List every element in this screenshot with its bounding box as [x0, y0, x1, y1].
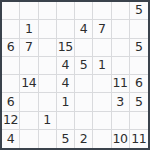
cell-r2c4[interactable]: [57, 20, 75, 38]
cell-r7c4[interactable]: [57, 112, 75, 130]
cell-r2c8[interactable]: [130, 20, 148, 38]
cell-r4c5-clue-5[interactable]: 5: [75, 57, 93, 75]
cell-r4c2[interactable]: [20, 57, 38, 75]
cell-r8c5-clue-2[interactable]: 2: [75, 130, 93, 148]
cell-r2c2-clue-1[interactable]: 1: [20, 20, 38, 38]
cell-r2c6-clue-7[interactable]: 7: [93, 20, 111, 38]
cell-r8c3[interactable]: [39, 130, 57, 148]
cell-r3c5[interactable]: [75, 39, 93, 57]
cell-r4c1[interactable]: [2, 57, 20, 75]
cell-r6c8-clue-5[interactable]: 5: [130, 93, 148, 111]
cell-r3c3[interactable]: [39, 39, 57, 57]
cell-r1c4[interactable]: [57, 2, 75, 20]
cell-r1c2[interactable]: [20, 2, 38, 20]
cell-r8c4-clue-5[interactable]: 5: [57, 130, 75, 148]
cell-r3c2-clue-7[interactable]: 7: [20, 39, 38, 57]
cell-r3c7[interactable]: [112, 39, 130, 57]
cell-r5c4-clue-4[interactable]: 4: [57, 75, 75, 93]
cell-r4c8[interactable]: [130, 57, 148, 75]
cell-r3c4-clue-15[interactable]: 15: [57, 39, 75, 57]
cell-r5c7-clue-11[interactable]: 11: [112, 75, 130, 93]
cell-r6c6[interactable]: [93, 93, 111, 111]
cell-r6c7-clue-3[interactable]: 3: [112, 93, 130, 111]
cell-r8c6[interactable]: [93, 130, 111, 148]
cell-r7c2[interactable]: [20, 112, 38, 130]
cell-r3c8-clue-5[interactable]: 5: [130, 39, 148, 57]
cell-r8c7-clue-10[interactable]: 10: [112, 130, 130, 148]
cell-r7c3-clue-1[interactable]: 1: [39, 112, 57, 130]
cell-r6c1-clue-6[interactable]: 6: [2, 93, 20, 111]
cell-r7c6[interactable]: [93, 112, 111, 130]
cell-r2c1[interactable]: [2, 20, 20, 38]
cell-r4c4-clue-4[interactable]: 4: [57, 57, 75, 75]
cell-r2c7[interactable]: [112, 20, 130, 38]
fillomino-board: 51476715545114411661351214521011: [0, 0, 150, 150]
cell-r5c3[interactable]: [39, 75, 57, 93]
cell-r2c5-clue-4[interactable]: 4: [75, 20, 93, 38]
cell-r8c8-clue-11[interactable]: 11: [130, 130, 148, 148]
cell-r1c8-clue-5[interactable]: 5: [130, 2, 148, 20]
cell-r1c1[interactable]: [2, 2, 20, 20]
cell-r4c3[interactable]: [39, 57, 57, 75]
cell-r5c1[interactable]: [2, 75, 20, 93]
cell-r8c2[interactable]: [20, 130, 38, 148]
cell-r5c5[interactable]: [75, 75, 93, 93]
cell-r6c5[interactable]: [75, 93, 93, 111]
cell-r2c3[interactable]: [39, 20, 57, 38]
cell-r3c6[interactable]: [93, 39, 111, 57]
cell-r6c4-clue-1[interactable]: 1: [57, 93, 75, 111]
cell-r6c3[interactable]: [39, 93, 57, 111]
cell-r7c1-clue-12[interactable]: 12: [2, 112, 20, 130]
cell-r7c8[interactable]: [130, 112, 148, 130]
cell-r5c2-clue-14[interactable]: 14: [20, 75, 38, 93]
cell-r1c7[interactable]: [112, 2, 130, 20]
cell-r1c6[interactable]: [93, 2, 111, 20]
cell-r5c8-clue-6[interactable]: 6: [130, 75, 148, 93]
cell-r3c1-clue-6[interactable]: 6: [2, 39, 20, 57]
cell-r6c2[interactable]: [20, 93, 38, 111]
cell-r4c6-clue-1[interactable]: 1: [93, 57, 111, 75]
cell-r7c7[interactable]: [112, 112, 130, 130]
cell-r5c6[interactable]: [93, 75, 111, 93]
cell-r8c1-clue-4[interactable]: 4: [2, 130, 20, 148]
cell-r1c5[interactable]: [75, 2, 93, 20]
cell-r7c5[interactable]: [75, 112, 93, 130]
cell-r1c3[interactable]: [39, 2, 57, 20]
cell-r4c7[interactable]: [112, 57, 130, 75]
